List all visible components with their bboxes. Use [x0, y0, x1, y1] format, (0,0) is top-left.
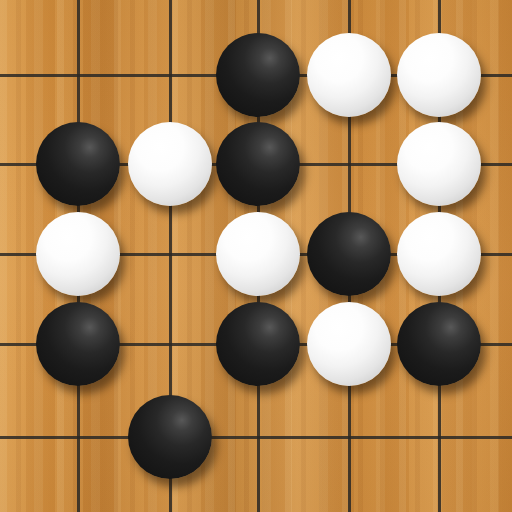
- stone-white[interactable]: [307, 33, 391, 117]
- stone-black[interactable]: [36, 122, 120, 206]
- stone-white[interactable]: [307, 302, 391, 386]
- stone-black[interactable]: [36, 302, 120, 386]
- stone-white[interactable]: [216, 212, 300, 296]
- stone-black[interactable]: [216, 122, 300, 206]
- stone-black[interactable]: [216, 33, 300, 117]
- stone-white[interactable]: [397, 122, 481, 206]
- stone-white[interactable]: [128, 122, 212, 206]
- stone-black[interactable]: [397, 302, 481, 386]
- stone-black[interactable]: [128, 395, 212, 479]
- stone-black[interactable]: [216, 302, 300, 386]
- stone-white[interactable]: [397, 33, 481, 117]
- stone-black[interactable]: [307, 212, 391, 296]
- stone-white[interactable]: [36, 212, 120, 296]
- go-board[interactable]: [0, 0, 512, 512]
- stone-white[interactable]: [397, 212, 481, 296]
